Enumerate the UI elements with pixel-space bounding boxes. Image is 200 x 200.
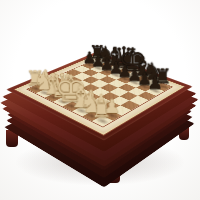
black-pawn-icon: ♟ xyxy=(124,74,185,91)
product-photo: ♜♞♝♛♚♝♞♜♟♟♟♟♟♟♟♟♟♟♟♟♟♟♟♟♜♞♝♛♚♝♞♜ xyxy=(0,0,200,200)
photo-stage: ♜♞♝♛♚♝♞♜♟♟♟♟♟♟♟♟♟♟♟♟♟♟♟♟♜♞♝♛♚♝♞♜ xyxy=(0,0,200,200)
white-rook-icon: ♜ xyxy=(68,98,136,122)
